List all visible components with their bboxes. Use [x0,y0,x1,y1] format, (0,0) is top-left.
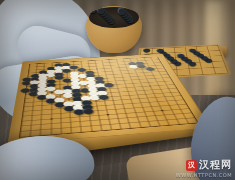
bowl-stones: ●●●●●●●●●●●● [89,7,139,28]
watermark: 汉 汉程网 WWW.HTTPCN.COM [176,158,232,178]
black-stone: ● [89,7,97,13]
watermark-site-url: WWW.HTTPCN.COM [176,172,232,178]
black-stone: ● [118,7,126,15]
black-stone: ● [97,7,105,14]
stone-bowl: ●●●●●●●●●●●● [86,6,142,53]
black-stone: ● [189,48,197,53]
go-game-photo: ●●●●●●●●●●●● ●●●●●●●●●●●●●●●●●●●● ●●●●●●… [0,0,235,180]
black-stone: ● [177,53,185,58]
watermark-logo-icon: 汉 [186,160,197,171]
black-stone: ● [157,48,165,53]
watermark-site-name: 汉程网 [199,158,232,172]
